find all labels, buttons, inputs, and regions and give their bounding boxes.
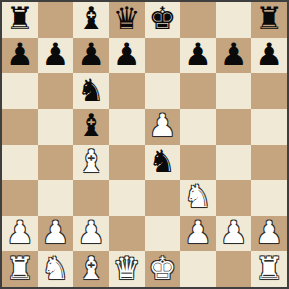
square-b7[interactable]: ♟︎ (38, 38, 74, 74)
square-f7[interactable]: ♟︎ (180, 38, 216, 74)
square-c7[interactable]: ♟︎ (73, 38, 109, 74)
square-d4[interactable] (109, 145, 145, 181)
square-c1[interactable]: ♝︎ (73, 251, 109, 287)
square-d7[interactable]: ♟︎ (109, 38, 145, 74)
square-d8[interactable]: ♛︎ (109, 2, 145, 38)
square-d1[interactable]: ♛︎ (109, 251, 145, 287)
piece-black-pawn[interactable]: ♟︎ (255, 38, 283, 72)
square-e6[interactable] (145, 73, 181, 109)
square-a8[interactable]: ♜︎ (2, 2, 38, 38)
piece-black-bishop[interactable]: ♝︎ (77, 2, 105, 36)
square-e3[interactable] (145, 180, 181, 216)
square-e5[interactable]: ♟︎ (145, 109, 181, 145)
square-a4[interactable] (2, 145, 38, 181)
square-a1[interactable]: ♜︎ (2, 251, 38, 287)
piece-white-pawn[interactable]: ♟︎ (77, 216, 105, 250)
square-f6[interactable] (180, 73, 216, 109)
piece-white-rook[interactable]: ♜︎ (6, 251, 34, 285)
square-g7[interactable]: ♟︎ (216, 38, 252, 74)
square-g6[interactable] (216, 73, 252, 109)
piece-black-king[interactable]: ♚︎ (148, 2, 176, 36)
square-h4[interactable] (251, 145, 287, 181)
piece-black-knight[interactable]: ♞︎ (148, 145, 176, 179)
square-c6[interactable]: ♞︎ (73, 73, 109, 109)
piece-white-rook[interactable]: ♜︎ (255, 251, 283, 285)
piece-white-pawn[interactable]: ♟︎ (6, 216, 34, 250)
square-a5[interactable] (2, 109, 38, 145)
square-f4[interactable] (180, 145, 216, 181)
piece-black-pawn[interactable]: ♟︎ (6, 38, 34, 72)
piece-white-king[interactable]: ♚︎ (148, 251, 176, 285)
square-b3[interactable] (38, 180, 74, 216)
square-e8[interactable]: ♚︎ (145, 2, 181, 38)
square-h6[interactable] (251, 73, 287, 109)
square-e7[interactable] (145, 38, 181, 74)
square-h8[interactable]: ♜︎ (251, 2, 287, 38)
piece-black-pawn[interactable]: ♟︎ (184, 38, 212, 72)
square-d5[interactable] (109, 109, 145, 145)
piece-white-queen[interactable]: ♛︎ (113, 251, 141, 285)
square-f8[interactable] (180, 2, 216, 38)
square-b6[interactable] (38, 73, 74, 109)
chess-board-frame: ♜︎♝︎♛︎♚︎♜︎♟︎♟︎♟︎♟︎♟︎♟︎♟︎♞︎♝︎♟︎♝︎♞︎♞︎♟︎♟︎… (0, 0, 289, 289)
piece-black-pawn[interactable]: ♟︎ (42, 38, 70, 72)
piece-black-bishop[interactable]: ♝︎ (77, 109, 105, 143)
piece-black-pawn[interactable]: ♟︎ (113, 38, 141, 72)
piece-white-pawn[interactable]: ♟︎ (42, 216, 70, 250)
square-e1[interactable]: ♚︎ (145, 251, 181, 287)
square-f3[interactable]: ♞︎ (180, 180, 216, 216)
square-g2[interactable]: ♟︎ (216, 216, 252, 252)
piece-black-queen[interactable]: ♛︎ (113, 2, 141, 36)
square-a3[interactable] (2, 180, 38, 216)
square-g1[interactable] (216, 251, 252, 287)
square-h3[interactable] (251, 180, 287, 216)
piece-white-bishop[interactable]: ♝︎ (77, 251, 105, 285)
piece-black-pawn[interactable]: ♟︎ (77, 38, 105, 72)
square-d6[interactable] (109, 73, 145, 109)
square-d2[interactable] (109, 216, 145, 252)
square-b1[interactable]: ♞︎ (38, 251, 74, 287)
square-h7[interactable]: ♟︎ (251, 38, 287, 74)
square-f1[interactable] (180, 251, 216, 287)
square-g3[interactable] (216, 180, 252, 216)
square-c8[interactable]: ♝︎ (73, 2, 109, 38)
square-b5[interactable] (38, 109, 74, 145)
piece-black-pawn[interactable]: ♟︎ (220, 38, 248, 72)
piece-white-bishop[interactable]: ♝︎ (77, 145, 105, 179)
square-f5[interactable] (180, 109, 216, 145)
square-c4[interactable]: ♝︎ (73, 145, 109, 181)
square-b4[interactable] (38, 145, 74, 181)
square-g4[interactable] (216, 145, 252, 181)
square-h2[interactable]: ♟︎ (251, 216, 287, 252)
square-g5[interactable] (216, 109, 252, 145)
square-e4[interactable]: ♞︎ (145, 145, 181, 181)
piece-black-knight[interactable]: ♞︎ (77, 73, 105, 107)
piece-white-knight[interactable]: ♞︎ (184, 180, 212, 214)
square-a7[interactable]: ♟︎ (2, 38, 38, 74)
square-d3[interactable] (109, 180, 145, 216)
square-b2[interactable]: ♟︎ (38, 216, 74, 252)
piece-black-rook[interactable]: ♜︎ (6, 2, 34, 36)
square-h1[interactable]: ♜︎ (251, 251, 287, 287)
piece-white-pawn[interactable]: ♟︎ (184, 216, 212, 250)
square-a6[interactable] (2, 73, 38, 109)
square-g8[interactable] (216, 2, 252, 38)
piece-white-pawn[interactable]: ♟︎ (148, 109, 176, 143)
piece-white-pawn[interactable]: ♟︎ (220, 216, 248, 250)
piece-white-knight[interactable]: ♞︎ (42, 251, 70, 285)
piece-white-pawn[interactable]: ♟︎ (255, 216, 283, 250)
chess-board: ♜︎♝︎♛︎♚︎♜︎♟︎♟︎♟︎♟︎♟︎♟︎♟︎♞︎♝︎♟︎♝︎♞︎♞︎♟︎♟︎… (2, 2, 287, 287)
piece-black-rook[interactable]: ♜︎ (255, 2, 283, 36)
square-a2[interactable]: ♟︎ (2, 216, 38, 252)
square-c3[interactable] (73, 180, 109, 216)
square-c2[interactable]: ♟︎ (73, 216, 109, 252)
square-b8[interactable] (38, 2, 74, 38)
square-h5[interactable] (251, 109, 287, 145)
square-c5[interactable]: ♝︎ (73, 109, 109, 145)
square-f2[interactable]: ♟︎ (180, 216, 216, 252)
square-e2[interactable] (145, 216, 181, 252)
